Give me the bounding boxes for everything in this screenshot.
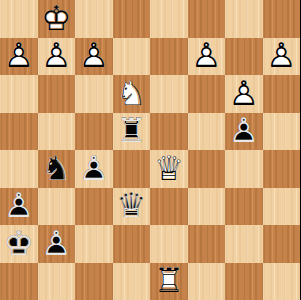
square-a1[interactable] — [0, 263, 38, 300]
square-e2[interactable] — [150, 225, 188, 263]
square-e1[interactable]: ♜♖ — [150, 263, 188, 300]
piece-white-knight-d6[interactable]: ♞♘ — [113, 75, 151, 113]
square-b5[interactable] — [38, 113, 76, 151]
square-a6[interactable] — [0, 75, 38, 113]
piece-black-pawn-a3[interactable]: ♟♙ — [0, 188, 38, 226]
square-d1[interactable] — [113, 263, 151, 300]
white-pawn-outline-icon: ♙ — [225, 75, 263, 113]
white-pawn-outline-icon: ♙ — [263, 38, 301, 76]
piece-white-rook-e1[interactable]: ♜♖ — [150, 263, 188, 300]
white-queen-outline-icon: ♕ — [150, 150, 188, 188]
square-g6[interactable]: ♟♙ — [225, 75, 263, 113]
square-g7[interactable] — [225, 38, 263, 76]
square-e7[interactable] — [150, 38, 188, 76]
square-d3[interactable]: ♛♕ — [113, 188, 151, 226]
square-b7[interactable]: ♟♙ — [38, 38, 76, 76]
square-d4[interactable] — [113, 150, 151, 188]
square-c2[interactable] — [75, 225, 113, 263]
black-pawn-outline-icon: ♙ — [38, 225, 76, 263]
piece-white-pawn-g6[interactable]: ♟♙ — [225, 75, 263, 113]
square-c7[interactable]: ♟♙ — [75, 38, 113, 76]
piece-black-pawn-b2[interactable]: ♟♙ — [38, 225, 76, 263]
black-pawn-outline-icon: ♙ — [0, 188, 38, 226]
square-g2[interactable] — [225, 225, 263, 263]
white-pawn-outline-icon: ♙ — [188, 38, 226, 76]
square-b8[interactable]: ♚♔ — [38, 0, 76, 38]
square-f4[interactable] — [188, 150, 226, 188]
square-b4[interactable]: ♞♘ — [38, 150, 76, 188]
square-h7[interactable]: ♟♙ — [263, 38, 301, 76]
square-c5[interactable] — [75, 113, 113, 151]
chessboard: ♚♔♟♙♟♙♟♙♟♙♟♙♞♘♟♙♜♖♟♙♞♘♟♙♛♕♟♙♛♕♚♔♟♙♜♖ — [0, 0, 300, 300]
square-g3[interactable] — [225, 188, 263, 226]
square-d6[interactable]: ♞♘ — [113, 75, 151, 113]
piece-white-pawn-f7[interactable]: ♟♙ — [188, 38, 226, 76]
black-king-outline-icon: ♔ — [0, 225, 38, 263]
white-pawn-outline-icon: ♙ — [38, 38, 76, 76]
square-a7[interactable]: ♟♙ — [0, 38, 38, 76]
black-knight-outline-icon: ♘ — [38, 150, 76, 188]
square-f2[interactable] — [188, 225, 226, 263]
white-pawn-outline-icon: ♙ — [0, 38, 38, 76]
square-e8[interactable] — [150, 0, 188, 38]
square-c4[interactable]: ♟♙ — [75, 150, 113, 188]
square-e3[interactable] — [150, 188, 188, 226]
square-d8[interactable] — [113, 0, 151, 38]
square-g8[interactable] — [225, 0, 263, 38]
piece-white-queen-e4[interactable]: ♛♕ — [150, 150, 188, 188]
square-h4[interactable] — [263, 150, 301, 188]
square-a5[interactable] — [0, 113, 38, 151]
square-c8[interactable] — [75, 0, 113, 38]
black-pawn-outline-icon: ♙ — [75, 150, 113, 188]
square-d2[interactable] — [113, 225, 151, 263]
white-pawn-outline-icon: ♙ — [75, 38, 113, 76]
square-d7[interactable] — [113, 38, 151, 76]
square-f7[interactable]: ♟♙ — [188, 38, 226, 76]
white-rook-outline-icon: ♖ — [150, 263, 188, 300]
square-f3[interactable] — [188, 188, 226, 226]
square-g5[interactable]: ♟♙ — [225, 113, 263, 151]
square-b2[interactable]: ♟♙ — [38, 225, 76, 263]
square-h5[interactable] — [263, 113, 301, 151]
piece-white-pawn-a7[interactable]: ♟♙ — [0, 38, 38, 76]
square-h1[interactable] — [263, 263, 301, 300]
square-e5[interactable] — [150, 113, 188, 151]
square-e4[interactable]: ♛♕ — [150, 150, 188, 188]
square-h2[interactable] — [263, 225, 301, 263]
piece-white-pawn-c7[interactable]: ♟♙ — [75, 38, 113, 76]
square-a3[interactable]: ♟♙ — [0, 188, 38, 226]
square-b6[interactable] — [38, 75, 76, 113]
square-f1[interactable] — [188, 263, 226, 300]
square-f5[interactable] — [188, 113, 226, 151]
square-h8[interactable] — [263, 0, 301, 38]
square-b3[interactable] — [38, 188, 76, 226]
square-c1[interactable] — [75, 263, 113, 300]
square-a8[interactable] — [0, 0, 38, 38]
square-a4[interactable] — [0, 150, 38, 188]
square-a2[interactable]: ♚♔ — [0, 225, 38, 263]
piece-white-pawn-b7[interactable]: ♟♙ — [38, 38, 76, 76]
square-b1[interactable] — [38, 263, 76, 300]
piece-black-king-a2[interactable]: ♚♔ — [0, 225, 38, 263]
white-knight-outline-icon: ♘ — [113, 75, 151, 113]
piece-black-rook-d5[interactable]: ♜♖ — [113, 113, 151, 151]
black-rook-outline-icon: ♖ — [113, 113, 151, 151]
white-king-outline-icon: ♔ — [38, 0, 76, 38]
square-d5[interactable]: ♜♖ — [113, 113, 151, 151]
square-e6[interactable] — [150, 75, 188, 113]
square-h3[interactable] — [263, 188, 301, 226]
piece-black-pawn-c4[interactable]: ♟♙ — [75, 150, 113, 188]
piece-black-knight-b4[interactable]: ♞♘ — [38, 150, 76, 188]
piece-white-pawn-h7[interactable]: ♟♙ — [263, 38, 301, 76]
square-c6[interactable] — [75, 75, 113, 113]
square-c3[interactable] — [75, 188, 113, 226]
square-f6[interactable] — [188, 75, 226, 113]
black-pawn-outline-icon: ♙ — [225, 113, 263, 151]
black-queen-outline-icon: ♕ — [113, 188, 151, 226]
square-g1[interactable] — [225, 263, 263, 300]
piece-black-queen-d3[interactable]: ♛♕ — [113, 188, 151, 226]
piece-black-pawn-g5[interactable]: ♟♙ — [225, 113, 263, 151]
square-f8[interactable] — [188, 0, 226, 38]
piece-white-king-b8[interactable]: ♚♔ — [38, 0, 76, 38]
square-g4[interactable] — [225, 150, 263, 188]
square-h6[interactable] — [263, 75, 301, 113]
